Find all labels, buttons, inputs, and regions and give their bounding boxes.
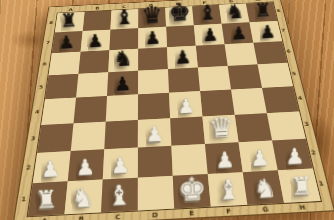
- square-b3[interactable]: [71, 122, 106, 152]
- square-a1[interactable]: ♜: [28, 181, 68, 216]
- black-pawn-e6[interactable]: ♟: [174, 48, 191, 67]
- square-f5[interactable]: [198, 66, 231, 91]
- white-pawn-d3[interactable]: ♟: [144, 124, 163, 145]
- white-pawn-h2[interactable]: ♟: [284, 146, 304, 168]
- white-queen-f3[interactable]: ♛: [207, 113, 234, 142]
- chess-board[interactable]: ♜♝♛♚♝♞♜♟♟♟♟♟♟♞♟♟♟♟♛♟♟♟♟♟♟♜♞♝♚♝♞♜ AABBCCD…: [12, 0, 334, 220]
- square-e5[interactable]: [168, 68, 200, 93]
- square-g8[interactable]: ♞: [219, 3, 250, 23]
- square-c3[interactable]: [104, 120, 138, 149]
- square-c4[interactable]: [106, 94, 138, 121]
- square-g6[interactable]: [225, 43, 258, 66]
- square-g4[interactable]: [231, 88, 267, 115]
- square-f8[interactable]: ♝: [192, 5, 222, 25]
- black-pawn-d7[interactable]: ♟: [144, 29, 161, 47]
- square-b4[interactable]: [73, 96, 107, 123]
- square-d8[interactable]: ♛: [138, 8, 166, 29]
- square-h3[interactable]: [267, 111, 306, 140]
- square-a2[interactable]: ♟: [33, 151, 71, 183]
- black-pawn-f7[interactable]: ♟: [201, 26, 218, 44]
- square-d3[interactable]: ♟: [138, 118, 172, 147]
- square-g2[interactable]: ♟: [239, 141, 278, 173]
- square-b6[interactable]: [78, 50, 109, 74]
- black-bishop-f8[interactable]: ♝: [197, 2, 217, 24]
- square-g5[interactable]: [228, 64, 262, 89]
- square-f7[interactable]: ♟: [194, 24, 225, 46]
- square-d2[interactable]: [138, 146, 173, 178]
- square-e4[interactable]: ♟: [169, 91, 202, 118]
- square-g3[interactable]: [235, 113, 272, 142]
- black-pawn-a7[interactable]: ♟: [58, 33, 75, 51]
- square-h8[interactable]: ♜: [246, 2, 277, 22]
- white-rook-a1[interactable]: ♜: [34, 188, 57, 214]
- black-pawn-g7[interactable]: ♟: [230, 24, 247, 42]
- white-bishop-c1[interactable]: ♝: [106, 181, 132, 209]
- white-rook-h1[interactable]: ♜: [289, 174, 312, 200]
- black-knight-g8[interactable]: ♞: [226, 2, 245, 23]
- square-d6[interactable]: [138, 47, 168, 71]
- white-pawn-f2[interactable]: ♟: [214, 149, 234, 171]
- square-b1[interactable]: ♞: [64, 179, 102, 214]
- white-pawn-c2[interactable]: ♟: [110, 155, 130, 177]
- square-a5[interactable]: [45, 74, 78, 99]
- square-b7[interactable]: ♟: [81, 30, 111, 52]
- square-f1[interactable]: ♝: [208, 172, 248, 206]
- square-a8[interactable]: ♜: [55, 12, 85, 33]
- black-pawn-h7[interactable]: ♟: [259, 23, 276, 41]
- square-h7[interactable]: ♟: [249, 21, 282, 43]
- square-h5[interactable]: [258, 63, 293, 88]
- square-b5[interactable]: [76, 72, 108, 97]
- square-a7[interactable]: ♟: [52, 31, 83, 53]
- square-e3[interactable]: [170, 117, 205, 146]
- black-rook-h8[interactable]: ♜: [254, 1, 272, 21]
- black-king-e8[interactable]: ♚: [168, 0, 191, 25]
- square-c1[interactable]: ♝: [101, 178, 138, 213]
- square-h2[interactable]: ♟: [272, 139, 313, 171]
- square-f6[interactable]: [196, 44, 228, 67]
- square-c6[interactable]: ♞: [108, 49, 138, 73]
- white-king-e1[interactable]: ♚: [176, 173, 206, 206]
- white-pawn-b2[interactable]: ♟: [75, 156, 95, 178]
- black-bishop-c8[interactable]: ♝: [114, 7, 134, 29]
- square-c2[interactable]: ♟: [103, 148, 138, 180]
- black-pawn-b7[interactable]: ♟: [86, 32, 103, 50]
- square-e7[interactable]: [166, 25, 196, 47]
- square-e8[interactable]: ♚: [165, 6, 194, 26]
- white-pawn-a2[interactable]: ♟: [40, 158, 60, 180]
- square-e6[interactable]: ♟: [167, 46, 198, 69]
- square-f3[interactable]: ♛: [202, 115, 238, 144]
- square-c5[interactable]: ♟: [107, 71, 138, 96]
- square-f2[interactable]: ♟: [205, 142, 243, 174]
- square-h6[interactable]: [253, 41, 287, 64]
- white-knight-b1[interactable]: ♞: [70, 185, 95, 212]
- square-a4[interactable]: [41, 98, 76, 125]
- square-d7[interactable]: ♟: [138, 27, 167, 49]
- board-scene: ♜♝♛♚♝♞♜♟♟♟♟♟♟♞♟♟♟♟♛♟♟♟♟♟♟♜♞♝♚♝♞♜ AABBCCD…: [0, 0, 334, 220]
- square-h1[interactable]: ♜: [278, 168, 321, 202]
- square-b2[interactable]: ♟: [68, 149, 105, 181]
- square-a6[interactable]: [49, 52, 81, 76]
- white-bishop-f1[interactable]: ♝: [215, 176, 241, 204]
- black-knight-c6[interactable]: ♞: [113, 48, 133, 70]
- white-knight-g1[interactable]: ♞: [252, 175, 277, 202]
- square-d5[interactable]: [138, 69, 169, 94]
- black-rook-a8[interactable]: ♜: [59, 11, 77, 31]
- black-queen-d8[interactable]: ♛: [140, 2, 162, 26]
- square-d4[interactable]: [138, 93, 170, 120]
- black-pawn-c5[interactable]: ♟: [113, 74, 131, 94]
- chess-app-screenshot: ♜♝♛♚♝♞♜♟♟♟♟♟♟♞♟♟♟♟♛♟♟♟♟♟♟♜♞♝♚♝♞♜ AABBCCD…: [0, 0, 334, 220]
- square-d1[interactable]: [138, 176, 175, 211]
- white-pawn-e4[interactable]: ♟: [176, 96, 195, 117]
- square-b8[interactable]: [83, 10, 112, 31]
- square-e1[interactable]: ♚: [173, 174, 211, 209]
- square-g7[interactable]: ♟: [222, 22, 254, 44]
- square-h4[interactable]: [262, 86, 299, 113]
- square-c8[interactable]: ♝: [110, 9, 138, 30]
- board-grid: ♜♝♛♚♝♞♜♟♟♟♟♟♟♞♟♟♟♟♛♟♟♟♟♟♟♜♞♝♚♝♞♜: [27, 1, 323, 217]
- white-pawn-g2[interactable]: ♟: [249, 147, 269, 169]
- square-a3[interactable]: [37, 123, 73, 153]
